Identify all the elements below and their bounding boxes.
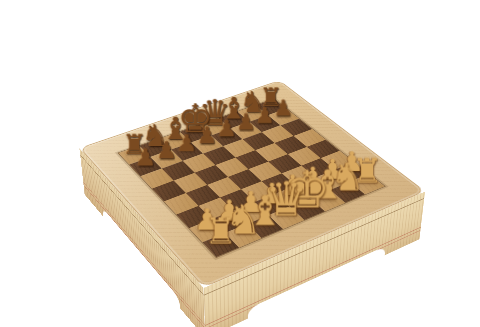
scene: ♜♞♝♚♛♝♞♜♟♟♟♟♟♟♟♟♟♟♟♟♟♟♟♟♜♞♝♛♚♝♞♜: [0, 0, 480, 327]
square-a1[interactable]: ♜: [203, 233, 240, 257]
black-pawn[interactable]: ♟: [236, 110, 256, 133]
black-pawn[interactable]: ♟: [156, 138, 177, 162]
black-pawn[interactable]: ♟: [273, 97, 293, 119]
product-photo-chess-set: ♜♞♝♚♛♝♞♜♟♟♟♟♟♟♟♟♟♟♟♟♟♟♟♟♜♞♝♛♚♝♞♜: [0, 0, 480, 327]
black-pawn[interactable]: ♟: [135, 145, 156, 169]
black-pawn[interactable]: ♟: [177, 131, 198, 154]
square-e5[interactable]: [236, 150, 269, 169]
black-pawn[interactable]: ♟: [217, 117, 238, 140]
square-f5[interactable]: [255, 143, 288, 162]
black-pawn[interactable]: ♟: [197, 124, 218, 147]
white-rook[interactable]: ♜: [205, 213, 237, 249]
chess-box: ♜♞♝♚♛♝♞♜♟♟♟♟♟♟♟♟♟♟♟♟♟♟♟♟♜♞♝♛♚♝♞♜: [79, 80, 425, 288]
black-pawn[interactable]: ♟: [255, 104, 275, 126]
